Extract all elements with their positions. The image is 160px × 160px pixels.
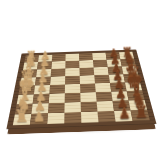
square-g3[interactable] [48,103,65,114]
square-h2[interactable]: ♟ [30,113,48,124]
square-h1[interactable]: ♜ [13,114,32,125]
chess-photo-scene: ♜♟♟♜♞♟♟♞♝♟♟♝♛♟♟♛♚♟♟♚♝♟♟♝♞♟♟♞♜♟♟♜ [0,0,160,160]
board-grid: ♜♟♟♜♞♟♟♞♝♟♟♝♛♟♟♛♚♟♟♚♝♟♟♝♞♟♟♞♜♟♟♜ [13,52,150,125]
square-e6[interactable] [95,83,111,92]
board-frame: ♜♟♟♜♞♟♟♞♝♟♟♝♛♟♟♛♚♟♟♚♝♟♟♝♞♟♟♞♜♟♟♜ [6,50,156,130]
square-e4[interactable] [65,84,80,93]
square-d5[interactable] [80,75,95,84]
square-f5[interactable] [80,92,96,102]
square-h7[interactable]: ♟ [114,110,133,121]
black-pawn-h7[interactable]: ♟ [117,106,130,120]
square-c6[interactable] [94,67,109,75]
square-h8[interactable]: ♜ [131,110,150,121]
white-pawn-h2[interactable]: ♟ [32,109,45,123]
square-h3[interactable] [47,113,64,124]
square-h5[interactable] [81,112,98,123]
black-rook-h8[interactable]: ♜ [133,104,148,120]
square-d3[interactable] [50,76,65,85]
square-g5[interactable] [81,102,98,113]
square-h4[interactable] [64,112,81,123]
square-e3[interactable] [49,85,65,94]
white-rook-h1[interactable]: ♜ [14,108,29,124]
square-d4[interactable] [65,76,80,85]
square-g4[interactable] [64,102,81,113]
chess-board: ♜♟♟♜♞♟♟♞♝♟♟♝♛♟♟♛♚♟♟♚♝♟♟♝♞♟♟♞♜♟♟♜ [6,50,156,130]
square-g6[interactable] [97,101,114,112]
square-d6[interactable] [94,75,110,84]
square-h6[interactable] [98,111,116,122]
